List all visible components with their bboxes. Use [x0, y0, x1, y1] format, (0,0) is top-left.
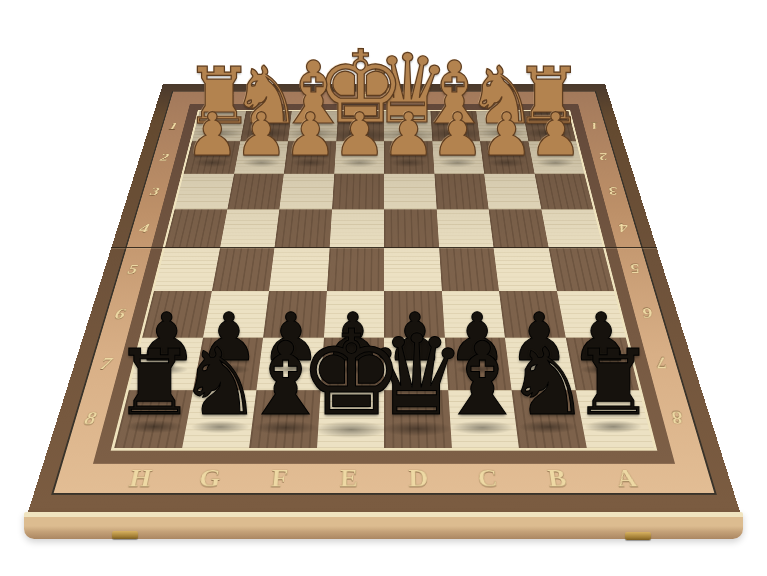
piece-white-pawn[interactable]: ♟	[431, 105, 484, 164]
file-label-bottom-f: F	[270, 466, 290, 492]
rank-label-right-6: 6	[641, 306, 655, 322]
file-label-bottom-b: B	[546, 466, 569, 492]
rank-label-right-8: 8	[669, 408, 686, 428]
piece-black-rook[interactable]: ♜	[114, 338, 195, 429]
rank-label-left-5: 5	[126, 262, 139, 276]
rank-label-right-3: 3	[607, 185, 619, 197]
file-label-bottom-e: E	[339, 466, 359, 492]
piece-white-pawn[interactable]: ♟	[235, 105, 288, 164]
brass-hinge-left	[112, 531, 138, 539]
piece-white-pawn[interactable]: ♟	[529, 105, 582, 164]
file-label-bottom-g: G	[197, 466, 223, 492]
file-label-bottom-c: C	[477, 466, 500, 492]
file-label-bottom-a: A	[614, 466, 640, 492]
piece-white-pawn[interactable]: ♟	[382, 105, 435, 164]
rank-label-left-3: 3	[149, 185, 161, 197]
file-label-bottom-h: H	[127, 466, 155, 492]
file-label-bottom-d: D	[408, 466, 429, 492]
piece-white-pawn[interactable]: ♟	[186, 105, 239, 164]
rank-label-left-7: 7	[98, 354, 113, 372]
rank-label-right-1: 1	[589, 121, 600, 131]
rank-label-left-8: 8	[82, 408, 99, 428]
rank-label-right-2: 2	[598, 152, 609, 163]
rank-label-left-4: 4	[138, 222, 151, 235]
board-front-edge	[24, 512, 743, 539]
rank-label-right-4: 4	[617, 222, 630, 235]
piece-white-pawn[interactable]: ♟	[333, 105, 386, 164]
rank-label-left-2: 2	[159, 152, 170, 163]
rank-label-left-1: 1	[168, 121, 179, 131]
piece-white-pawn[interactable]: ♟	[284, 105, 337, 164]
piece-white-pawn[interactable]: ♟	[480, 105, 533, 164]
rank-label-right-5: 5	[628, 262, 641, 276]
rank-label-right-7: 7	[654, 354, 669, 372]
brass-hinge-right	[625, 532, 651, 540]
chess-scene: HGFEDCBAHGFEDCBA1234567812345678 ♜♞♝♛♚♝♞…	[0, 0, 767, 576]
rank-label-left-6: 6	[113, 306, 127, 322]
